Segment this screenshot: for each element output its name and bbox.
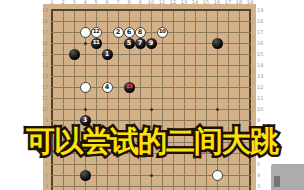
star-point <box>216 108 219 111</box>
coordinate-label: 9 <box>135 0 145 5</box>
stone-white-10: 10 <box>157 27 168 38</box>
coordinate-label: 4 <box>257 173 265 178</box>
coordinate-label: 15 <box>40 52 48 57</box>
coordinate-label: 13 <box>257 74 265 79</box>
coordinate-label: 1 <box>47 0 57 5</box>
stone-black-11: 11 <box>91 38 102 49</box>
star-point <box>84 108 87 111</box>
coordinate-label: 7 <box>113 0 123 5</box>
star-point <box>150 108 153 111</box>
coordinate-label: 18 <box>40 19 48 24</box>
coordinate-label: 17 <box>40 30 48 35</box>
video-frame: 1234567891011121314151617181919181716151… <box>0 0 304 190</box>
star-point <box>150 174 153 177</box>
subtitle-caption: 可以尝试的二间大跳 <box>0 124 304 158</box>
move-number: 7 <box>138 40 143 47</box>
star-point <box>84 42 87 45</box>
coordinate-label: 11 <box>157 0 167 5</box>
coordinate-label: 19 <box>245 0 255 5</box>
coordinate-label: 4 <box>80 0 90 5</box>
move-number: 6 <box>127 29 132 36</box>
coordinate-label: 14 <box>40 63 48 68</box>
coordinate-label: 8 <box>124 0 134 5</box>
move-number: 4 <box>105 84 110 91</box>
move-number: 10 <box>159 29 166 35</box>
stone-white <box>80 27 91 38</box>
coordinate-label: 5 <box>91 0 101 5</box>
move-number: 8 <box>138 29 143 36</box>
coordinate-label: 14 <box>190 0 200 5</box>
coordinate-label: 16 <box>40 41 48 46</box>
corner-overlay-tab <box>274 176 280 187</box>
stone-white <box>212 170 223 181</box>
move-number: 13 <box>126 84 133 90</box>
coordinate-label: 5 <box>40 162 48 167</box>
stone-white-6: 6 <box>124 27 135 38</box>
coordinate-label: 14 <box>257 63 265 68</box>
stone-black <box>212 38 223 49</box>
stone-black-9: 9 <box>146 38 157 49</box>
coordinate-label: 12 <box>168 0 178 5</box>
coordinate-label: 15 <box>201 0 211 5</box>
coordinate-label: 13 <box>179 0 189 5</box>
coordinate-label: 19 <box>40 8 48 13</box>
coordinate-label: 10 <box>40 107 48 112</box>
coordinate-label: 9 <box>257 118 265 123</box>
stone-black <box>80 170 91 181</box>
coordinate-label: 11 <box>257 96 265 101</box>
coordinate-label: 17 <box>257 30 265 35</box>
corner-overlay-panel[interactable] <box>271 164 304 190</box>
coordinate-label: 12 <box>40 85 48 90</box>
coordinate-label: 17 <box>223 0 233 5</box>
coordinate-label: 10 <box>257 107 265 112</box>
move-number: 1 <box>105 51 110 58</box>
stone-black-1: 1 <box>102 49 113 60</box>
stone-white-4: 4 <box>102 82 113 93</box>
move-number: 11 <box>93 40 100 46</box>
coordinate-label: 2 <box>58 0 68 5</box>
move-number: 12 <box>93 29 100 35</box>
coordinate-label: 9 <box>40 118 48 123</box>
move-number: 3 <box>83 117 88 124</box>
coordinate-label: 13 <box>40 74 48 79</box>
coordinate-label: 19 <box>257 8 265 13</box>
coordinate-label: 10 <box>146 0 156 5</box>
stone-white <box>80 82 91 93</box>
stone-black <box>69 49 80 60</box>
coordinate-label: 15 <box>257 52 265 57</box>
stone-black-13: 13 <box>124 82 135 93</box>
coordinate-label: 18 <box>234 0 244 5</box>
stone-black-5: 5 <box>124 38 135 49</box>
coordinate-label: 5 <box>257 162 265 167</box>
coordinate-label: 4 <box>40 173 48 178</box>
stone-white-2: 2 <box>113 27 124 38</box>
coordinate-label: 16 <box>257 41 265 46</box>
coordinate-label: 3 <box>69 0 79 5</box>
move-number: 5 <box>127 40 132 47</box>
coordinate-label: 6 <box>102 0 112 5</box>
coordinate-label: 16 <box>212 0 222 5</box>
coordinate-label: 12 <box>257 85 265 90</box>
stone-white-8: 8 <box>135 27 146 38</box>
stone-white-12: 12 <box>91 27 102 38</box>
coordinate-label: 11 <box>40 96 48 101</box>
stone-black-7: 7 <box>135 38 146 49</box>
coordinate-label: 3 <box>40 184 48 189</box>
coordinate-label: 18 <box>257 19 265 24</box>
coordinate-label: 3 <box>257 184 265 189</box>
move-number: 9 <box>149 40 154 47</box>
move-number: 2 <box>116 29 121 36</box>
